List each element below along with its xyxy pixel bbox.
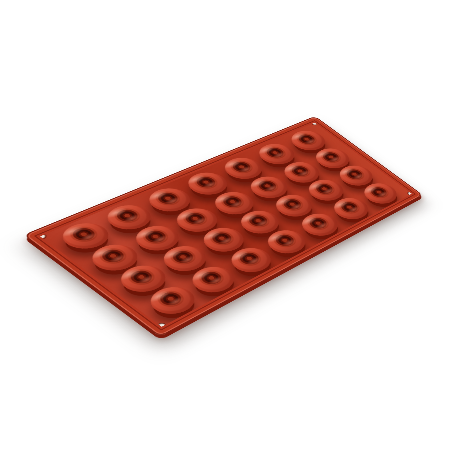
corner-hole-right [406, 190, 416, 196]
product-photo [0, 0, 450, 450]
corner-hole-left [34, 232, 49, 240]
cavity-grid [49, 126, 406, 322]
mold-tray [23, 116, 423, 337]
corner-hole-bottom [155, 322, 169, 331]
